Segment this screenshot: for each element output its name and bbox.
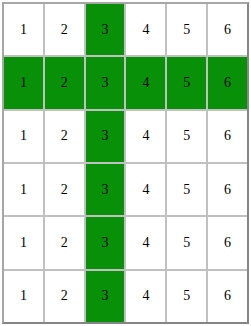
grid-cell-r5c2[interactable]: 2 (45, 217, 84, 268)
grid-cell-r3c1[interactable]: 1 (4, 111, 43, 162)
grid-cell-r4c2[interactable]: 2 (45, 164, 84, 215)
grid-cell-r2c2[interactable]: 2 (45, 57, 84, 108)
grid-cell-r6c3[interactable]: 3 (86, 271, 125, 322)
grid-cell-r4c6[interactable]: 6 (208, 164, 247, 215)
grid-cell-r3c6[interactable]: 6 (208, 111, 247, 162)
grid-cell-r5c1[interactable]: 1 (4, 217, 43, 268)
grid-cell-r5c4[interactable]: 4 (126, 217, 165, 268)
grid-cell-r2c1[interactable]: 1 (4, 57, 43, 108)
grid-cell-r3c2[interactable]: 2 (45, 111, 84, 162)
grid-cell-r4c3[interactable]: 3 (86, 164, 125, 215)
grid-cell-r2c6[interactable]: 6 (208, 57, 247, 108)
grid-cell-r6c4[interactable]: 4 (126, 271, 165, 322)
grid-cell-r1c1[interactable]: 1 (4, 4, 43, 55)
grid-cell-r1c4[interactable]: 4 (126, 4, 165, 55)
grid-cell-r3c5[interactable]: 5 (167, 111, 206, 162)
grid-cell-r6c1[interactable]: 1 (4, 271, 43, 322)
grid-cell-r2c4[interactable]: 4 (126, 57, 165, 108)
grid-cell-r6c6[interactable]: 6 (208, 271, 247, 322)
grid-cell-r1c2[interactable]: 2 (45, 4, 84, 55)
grid-cell-r1c6[interactable]: 6 (208, 4, 247, 55)
grid-cell-r4c4[interactable]: 4 (126, 164, 165, 215)
number-grid-board: 123456123456123456123456123456123456 (2, 2, 249, 324)
grid-cell-r5c6[interactable]: 6 (208, 217, 247, 268)
grid-cell-r5c5[interactable]: 5 (167, 217, 206, 268)
grid-cell-r3c4[interactable]: 4 (126, 111, 165, 162)
grid-cell-r5c3[interactable]: 3 (86, 217, 125, 268)
grid-cell-r3c3[interactable]: 3 (86, 111, 125, 162)
grid-cell-r1c5[interactable]: 5 (167, 4, 206, 55)
grid-cell-r2c3[interactable]: 3 (86, 57, 125, 108)
grid-cell-r6c2[interactable]: 2 (45, 271, 84, 322)
grid-cell-r4c1[interactable]: 1 (4, 164, 43, 215)
grid-cell-r6c5[interactable]: 5 (167, 271, 206, 322)
grid-cell-r1c3[interactable]: 3 (86, 4, 125, 55)
grid-cell-r4c5[interactable]: 5 (167, 164, 206, 215)
grid-cell-r2c5[interactable]: 5 (167, 57, 206, 108)
